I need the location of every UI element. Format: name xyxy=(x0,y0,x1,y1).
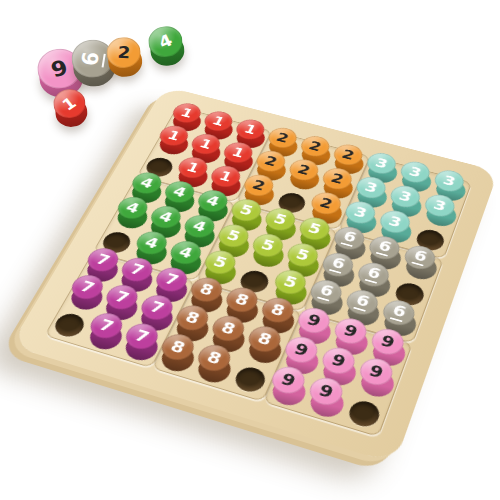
peg-number: 8 xyxy=(269,301,287,318)
peg-number: 3 xyxy=(373,156,389,171)
peg-number: 1 xyxy=(166,128,183,142)
loose-peg-4-green[interactable]: 4 xyxy=(147,25,185,70)
peg-number: 1 xyxy=(217,169,234,184)
peg-number: 1 xyxy=(210,114,227,128)
peg-number: 5 xyxy=(211,254,229,270)
loose-peg-1-red[interactable]: 1 xyxy=(52,88,88,131)
peg-number: 3 xyxy=(407,164,423,179)
peg-grid: 1112223331112223331122334445556664445556… xyxy=(43,105,471,435)
peg-number: 2 xyxy=(263,154,280,168)
peg-number: 7 xyxy=(132,327,152,345)
peg-number: 9 xyxy=(49,57,71,81)
peg-number: 6 xyxy=(390,303,409,323)
peg-number: 2 xyxy=(296,162,313,177)
peg-number: 3 xyxy=(432,198,448,213)
peg-number: 1 xyxy=(179,106,196,120)
peg-number: 6 xyxy=(79,50,106,67)
peg-number: 9 xyxy=(305,311,323,329)
board-surface: 1112223331112223331122334445556664445556… xyxy=(10,86,498,464)
peg-number: 9 xyxy=(329,351,348,369)
peg-number: 5 xyxy=(238,202,256,217)
peg-number: 8 xyxy=(197,281,216,298)
peg-number: 9 xyxy=(317,381,336,400)
peg-number: 1 xyxy=(242,122,259,136)
peg-number: 8 xyxy=(233,291,252,308)
peg-number: 9 xyxy=(367,362,386,381)
peg-number: 8 xyxy=(183,309,202,327)
peg-number: 4 xyxy=(171,184,189,199)
peg-number: 9 xyxy=(279,370,298,389)
peg-number: 3 xyxy=(363,180,380,195)
peg-number: 7 xyxy=(113,288,132,305)
peg-number: 3 xyxy=(397,189,414,204)
peg-number: 2 xyxy=(250,178,267,193)
peg-number: 2 xyxy=(117,44,131,61)
empty-hole xyxy=(231,364,268,395)
product-photo-scene: 96241 1112223331112223331122334445556664… xyxy=(0,0,500,500)
empty-hole xyxy=(50,310,88,339)
peg-number: 5 xyxy=(294,247,312,263)
peg-number: 7 xyxy=(94,251,113,267)
peg-number: 2 xyxy=(274,130,291,144)
sudoku-board: 1112223331112223331122334445556664445556… xyxy=(10,86,498,464)
peg-number: 8 xyxy=(205,348,224,366)
peg-number: 2 xyxy=(318,195,335,210)
peg-number: 4 xyxy=(156,32,175,51)
peg-number: 5 xyxy=(272,211,289,227)
peg-number: 5 xyxy=(259,237,277,253)
peg-number: 1 xyxy=(184,160,201,175)
peg-number: 6 xyxy=(353,292,372,311)
peg-number: 9 xyxy=(292,340,311,358)
empty-hole xyxy=(345,397,382,429)
peg-number: 8 xyxy=(255,330,274,348)
peg-number: 7 xyxy=(97,317,117,335)
peg-number: 8 xyxy=(168,338,187,356)
peg-number: 7 xyxy=(148,298,167,315)
peg-number: 4 xyxy=(204,193,222,208)
peg-number: 8 xyxy=(219,319,238,337)
peg-number: 1 xyxy=(198,137,215,151)
peg-number: 3 xyxy=(387,214,404,230)
peg-number: 6 xyxy=(376,238,394,256)
peg-number: 2 xyxy=(340,147,356,161)
peg-number: 5 xyxy=(225,228,243,244)
peg-number: 6 xyxy=(411,248,429,266)
peg-number: 7 xyxy=(162,271,181,288)
peg-number: 2 xyxy=(329,171,346,186)
peg-number: 6 xyxy=(329,255,348,274)
peg-number: 3 xyxy=(352,204,369,219)
peg-number: 6 xyxy=(317,282,336,301)
peg-number: 4 xyxy=(157,209,175,225)
peg-number: 9 xyxy=(342,322,360,340)
peg-number: 7 xyxy=(128,261,147,278)
peg-number: 4 xyxy=(124,200,142,215)
loose-peg-2-orange[interactable]: 2 xyxy=(106,36,143,80)
peg-number: 1 xyxy=(60,94,79,113)
peg-number: 4 xyxy=(177,244,195,260)
peg-number: 5 xyxy=(282,273,300,290)
peg-number: 4 xyxy=(191,218,209,234)
peg-number: 2 xyxy=(307,139,324,153)
peg-number: 4 xyxy=(138,175,156,190)
peg-number: 7 xyxy=(78,278,97,295)
peg-number: 4 xyxy=(143,235,161,251)
peg-number: 5 xyxy=(306,221,323,237)
peg-number: 9 xyxy=(379,332,397,350)
peg-number: 6 xyxy=(364,265,382,284)
peg-number: 3 xyxy=(441,173,457,188)
peg-number: 6 xyxy=(340,229,358,247)
peg-number: 1 xyxy=(230,145,247,159)
